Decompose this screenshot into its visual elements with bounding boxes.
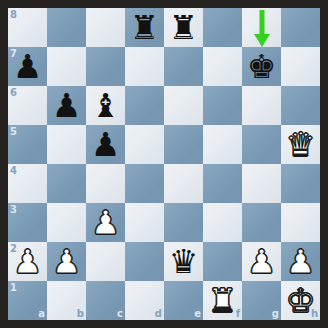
- piece-white-pawn[interactable]: ♟: [86, 203, 125, 242]
- square-b6[interactable]: ♟: [47, 86, 86, 125]
- square-g6[interactable]: [242, 86, 281, 125]
- file-label-e: e: [194, 309, 201, 319]
- square-a1[interactable]: 1a: [8, 281, 47, 320]
- square-g7[interactable]: ♚: [242, 47, 281, 86]
- square-c7[interactable]: [86, 47, 125, 86]
- rank-label-3: 3: [10, 205, 17, 215]
- square-f6[interactable]: [203, 86, 242, 125]
- square-a7[interactable]: ♟7: [8, 47, 47, 86]
- square-a8[interactable]: 8: [8, 8, 47, 47]
- piece-black-queen[interactable]: ♛: [164, 242, 203, 281]
- file-label-c: c: [117, 309, 123, 319]
- square-a5[interactable]: 5: [8, 125, 47, 164]
- piece-black-rook[interactable]: ♜: [125, 8, 164, 47]
- square-c4[interactable]: [86, 164, 125, 203]
- piece-black-pawn[interactable]: ♟: [8, 47, 47, 86]
- square-d8[interactable]: ♜: [125, 8, 164, 47]
- square-h1[interactable]: ♚h: [281, 281, 320, 320]
- square-e1[interactable]: e: [164, 281, 203, 320]
- square-f8[interactable]: [203, 8, 242, 47]
- square-a4[interactable]: 4: [8, 164, 47, 203]
- piece-white-pawn[interactable]: ♟: [281, 242, 320, 281]
- square-e7[interactable]: [164, 47, 203, 86]
- square-e3[interactable]: [164, 203, 203, 242]
- square-g1[interactable]: g: [242, 281, 281, 320]
- square-f3[interactable]: [203, 203, 242, 242]
- square-b8[interactable]: [47, 8, 86, 47]
- square-h3[interactable]: [281, 203, 320, 242]
- square-g2[interactable]: ♟: [242, 242, 281, 281]
- square-e5[interactable]: [164, 125, 203, 164]
- square-f2[interactable]: [203, 242, 242, 281]
- square-b7[interactable]: [47, 47, 86, 86]
- square-d7[interactable]: [125, 47, 164, 86]
- piece-white-pawn[interactable]: ♟: [47, 242, 86, 281]
- chess-board: 8♜♜♟7♚6♟♝5♟♛43♟♟2♟♛♟♟1abcde♜fg♚h: [8, 8, 320, 320]
- square-b4[interactable]: [47, 164, 86, 203]
- square-h8[interactable]: [281, 8, 320, 47]
- rank-label-8: 8: [10, 10, 17, 20]
- square-c5[interactable]: ♟: [86, 125, 125, 164]
- piece-black-rook[interactable]: ♜: [164, 8, 203, 47]
- square-g5[interactable]: [242, 125, 281, 164]
- square-f1[interactable]: ♜f: [203, 281, 242, 320]
- square-c8[interactable]: [86, 8, 125, 47]
- square-g4[interactable]: [242, 164, 281, 203]
- piece-white-king[interactable]: ♚: [281, 281, 320, 320]
- file-label-d: d: [155, 309, 162, 319]
- file-label-g: g: [272, 309, 279, 319]
- square-b3[interactable]: [47, 203, 86, 242]
- square-d4[interactable]: [125, 164, 164, 203]
- piece-white-rook[interactable]: ♜: [203, 281, 242, 320]
- square-h7[interactable]: [281, 47, 320, 86]
- square-c6[interactable]: ♝: [86, 86, 125, 125]
- square-d1[interactable]: d: [125, 281, 164, 320]
- square-g3[interactable]: [242, 203, 281, 242]
- square-h4[interactable]: [281, 164, 320, 203]
- square-b5[interactable]: [47, 125, 86, 164]
- square-d6[interactable]: [125, 86, 164, 125]
- square-h6[interactable]: [281, 86, 320, 125]
- square-e2[interactable]: ♛: [164, 242, 203, 281]
- square-a2[interactable]: ♟2: [8, 242, 47, 281]
- square-a6[interactable]: 6: [8, 86, 47, 125]
- rank-label-1: 1: [10, 283, 17, 293]
- piece-black-pawn[interactable]: ♟: [47, 86, 86, 125]
- square-e4[interactable]: [164, 164, 203, 203]
- square-g8[interactable]: [242, 8, 281, 47]
- square-d2[interactable]: [125, 242, 164, 281]
- file-label-a: a: [38, 309, 45, 319]
- square-d3[interactable]: [125, 203, 164, 242]
- square-f7[interactable]: [203, 47, 242, 86]
- square-h2[interactable]: ♟: [281, 242, 320, 281]
- square-a3[interactable]: 3: [8, 203, 47, 242]
- square-c3[interactable]: ♟: [86, 203, 125, 242]
- piece-black-king[interactable]: ♚: [242, 47, 281, 86]
- file-label-b: b: [77, 309, 84, 319]
- board-frame: 8♜♜♟7♚6♟♝5♟♛43♟♟2♟♛♟♟1abcde♜fg♚h: [0, 0, 328, 328]
- piece-white-pawn[interactable]: ♟: [8, 242, 47, 281]
- square-b2[interactable]: ♟: [47, 242, 86, 281]
- piece-white-pawn[interactable]: ♟: [242, 242, 281, 281]
- piece-black-pawn[interactable]: ♟: [86, 125, 125, 164]
- square-e6[interactable]: [164, 86, 203, 125]
- square-b1[interactable]: b: [47, 281, 86, 320]
- square-e8[interactable]: ♜: [164, 8, 203, 47]
- square-h5[interactable]: ♛: [281, 125, 320, 164]
- square-d5[interactable]: [125, 125, 164, 164]
- rank-label-5: 5: [10, 127, 17, 137]
- rank-label-4: 4: [10, 166, 17, 176]
- piece-black-bishop[interactable]: ♝: [86, 86, 125, 125]
- square-f4[interactable]: [203, 164, 242, 203]
- square-f5[interactable]: [203, 125, 242, 164]
- rank-label-6: 6: [10, 88, 17, 98]
- piece-white-queen[interactable]: ♛: [281, 125, 320, 164]
- square-c1[interactable]: c: [86, 281, 125, 320]
- square-c2[interactable]: [86, 242, 125, 281]
